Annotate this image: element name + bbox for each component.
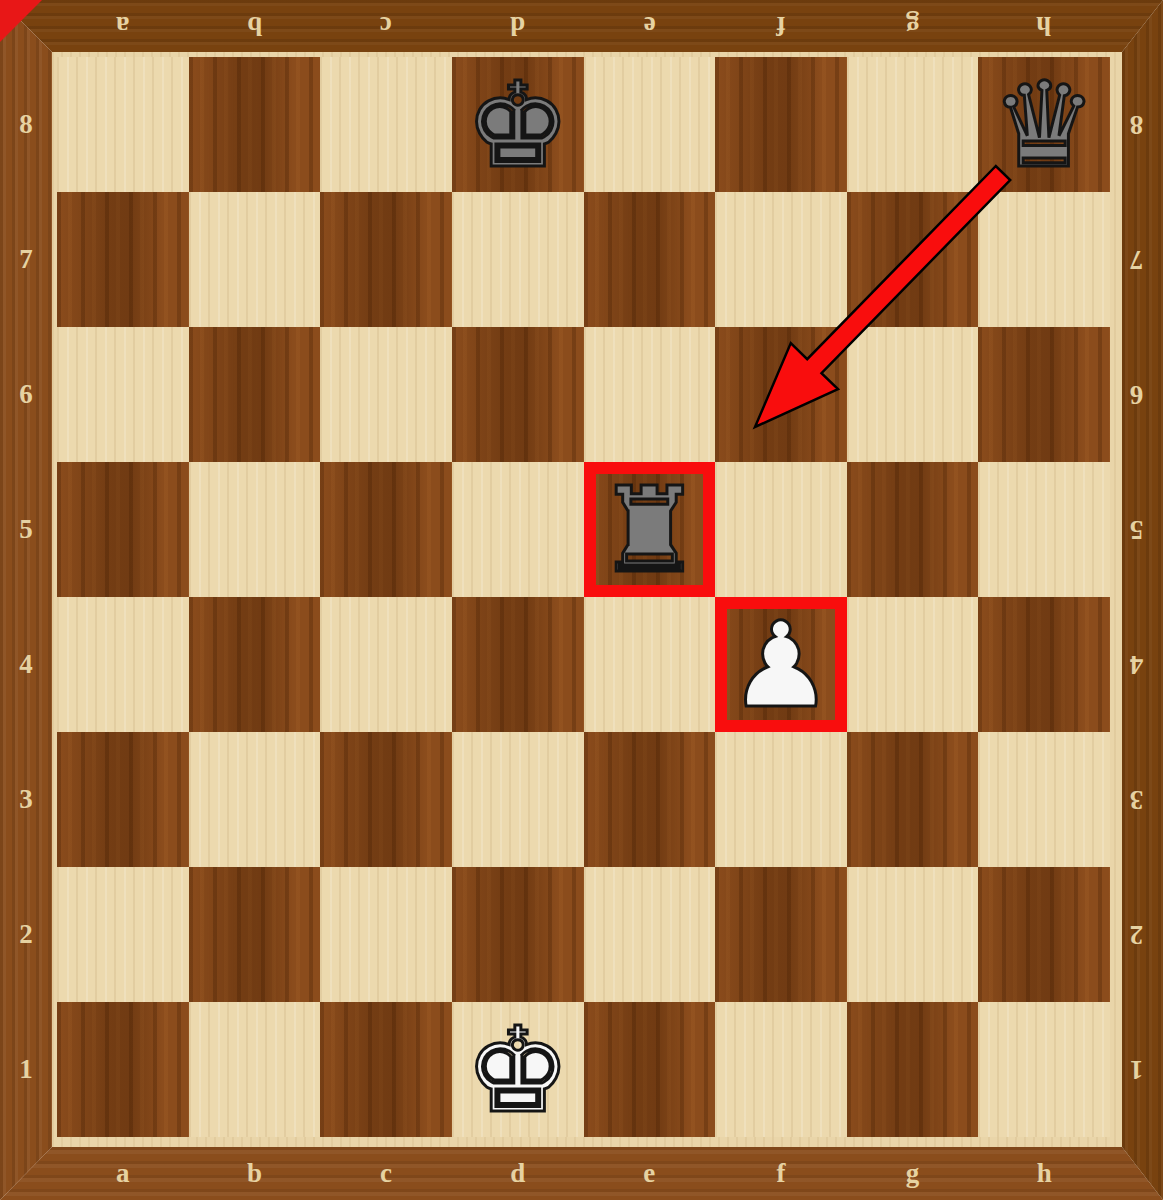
square-f7[interactable] (715, 192, 847, 327)
square-e7[interactable] (584, 192, 716, 327)
square-h2[interactable] (978, 867, 1110, 1002)
square-a5[interactable] (57, 462, 189, 597)
square-d2[interactable] (452, 867, 584, 1002)
square-d8[interactable]: ♚ (452, 57, 584, 192)
rank-right-label-4: 4 (1110, 597, 1163, 732)
square-d4[interactable] (452, 597, 584, 732)
file-top-label-g: g (847, 0, 979, 52)
rank-right-label-8: 8 (1110, 57, 1163, 192)
square-e3[interactable] (584, 732, 716, 867)
square-a3[interactable] (57, 732, 189, 867)
square-e8[interactable] (584, 57, 716, 192)
square-f5[interactable] (715, 462, 847, 597)
square-f4[interactable]: ♟ (715, 597, 847, 732)
rank-left-label-2: 2 (0, 867, 52, 1002)
file-top-label-c: c (320, 0, 452, 52)
chessboard-photo: ♚♛♜♟♚ abcdefgh abcdefgh 87654321 8765432… (0, 0, 1163, 1200)
piece-black-rook-e5[interactable]: ♜ (596, 471, 702, 589)
square-h3[interactable] (978, 732, 1110, 867)
file-bottom-label-b: b (189, 1147, 321, 1200)
square-e4[interactable] (584, 597, 716, 732)
square-c3[interactable] (320, 732, 452, 867)
rank-left-label-1: 1 (0, 1002, 52, 1137)
rank-right-label-6: 6 (1110, 327, 1163, 462)
rank-labels-right: 87654321 (1110, 57, 1163, 1137)
square-b7[interactable] (189, 192, 321, 327)
file-bottom-label-c: c (320, 1147, 452, 1200)
rank-right-label-7: 7 (1110, 192, 1163, 327)
square-a4[interactable] (57, 597, 189, 732)
square-b8[interactable] (189, 57, 321, 192)
square-c5[interactable] (320, 462, 452, 597)
file-bottom-label-e: e (584, 1147, 716, 1200)
square-c4[interactable] (320, 597, 452, 732)
file-labels-top: abcdefgh (57, 0, 1110, 52)
rank-right-label-5: 5 (1110, 462, 1163, 597)
rank-left-label-8: 8 (0, 57, 52, 192)
file-top-label-b: b (189, 0, 321, 52)
rank-left-label-6: 6 (0, 327, 52, 462)
file-top-label-a: a (57, 0, 189, 52)
rank-left-label-7: 7 (0, 192, 52, 327)
file-labels-bottom: abcdefgh (57, 1147, 1110, 1200)
file-bottom-label-f: f (715, 1147, 847, 1200)
square-d1[interactable]: ♚ (452, 1002, 584, 1137)
square-h4[interactable] (978, 597, 1110, 732)
square-b2[interactable] (189, 867, 321, 1002)
file-top-label-e: e (584, 0, 716, 52)
file-top-label-f: f (715, 0, 847, 52)
square-e5[interactable]: ♜ (584, 462, 716, 597)
square-d5[interactable] (452, 462, 584, 597)
file-bottom-label-a: a (57, 1147, 189, 1200)
file-top-label-d: d (452, 0, 584, 52)
piece-black-queen-h8[interactable]: ♛ (991, 66, 1097, 184)
piece-black-king-d8[interactable]: ♚ (465, 66, 571, 184)
rank-right-label-3: 3 (1110, 732, 1163, 867)
file-bottom-label-d: d (452, 1147, 584, 1200)
square-g6[interactable] (847, 327, 979, 462)
square-h7[interactable] (978, 192, 1110, 327)
square-b1[interactable] (189, 1002, 321, 1137)
rank-labels-left: 87654321 (0, 57, 52, 1137)
piece-white-king-d1[interactable]: ♚ (465, 1011, 571, 1129)
square-g2[interactable] (847, 867, 979, 1002)
square-e2[interactable] (584, 867, 716, 1002)
square-b3[interactable] (189, 732, 321, 867)
square-c2[interactable] (320, 867, 452, 1002)
square-e1[interactable] (584, 1002, 716, 1137)
square-g7[interactable] (847, 192, 979, 327)
rank-right-label-1: 1 (1110, 1002, 1163, 1137)
square-g8[interactable] (847, 57, 979, 192)
square-g3[interactable] (847, 732, 979, 867)
board-grid: ♚♛♜♟♚ (57, 57, 1110, 1137)
square-b4[interactable] (189, 597, 321, 732)
square-g4[interactable] (847, 597, 979, 732)
square-f8[interactable] (715, 57, 847, 192)
square-e6[interactable] (584, 327, 716, 462)
square-g1[interactable] (847, 1002, 979, 1137)
square-h1[interactable] (978, 1002, 1110, 1137)
square-f3[interactable] (715, 732, 847, 867)
square-d7[interactable] (452, 192, 584, 327)
square-c8[interactable] (320, 57, 452, 192)
piece-white-pawn-f4[interactable]: ♟ (728, 606, 834, 724)
square-g5[interactable] (847, 462, 979, 597)
square-d3[interactable] (452, 732, 584, 867)
rank-left-label-4: 4 (0, 597, 52, 732)
square-d6[interactable] (452, 327, 584, 462)
square-f1[interactable] (715, 1002, 847, 1137)
square-f6[interactable] (715, 327, 847, 462)
square-h8[interactable]: ♛ (978, 57, 1110, 192)
square-c7[interactable] (320, 192, 452, 327)
file-bottom-label-g: g (847, 1147, 979, 1200)
file-bottom-label-h: h (978, 1147, 1110, 1200)
square-h6[interactable] (978, 327, 1110, 462)
rank-left-label-3: 3 (0, 732, 52, 867)
square-a6[interactable] (57, 327, 189, 462)
rank-left-label-5: 5 (0, 462, 52, 597)
rank-right-label-2: 2 (1110, 867, 1163, 1002)
square-f2[interactable] (715, 867, 847, 1002)
file-top-label-h: h (978, 0, 1110, 52)
square-h5[interactable] (978, 462, 1110, 597)
square-c6[interactable] (320, 327, 452, 462)
square-a8[interactable] (57, 57, 189, 192)
square-c1[interactable] (320, 1002, 452, 1137)
square-a1[interactable] (57, 1002, 189, 1137)
square-a7[interactable] (57, 192, 189, 327)
square-b5[interactable] (189, 462, 321, 597)
square-a2[interactable] (57, 867, 189, 1002)
square-b6[interactable] (189, 327, 321, 462)
